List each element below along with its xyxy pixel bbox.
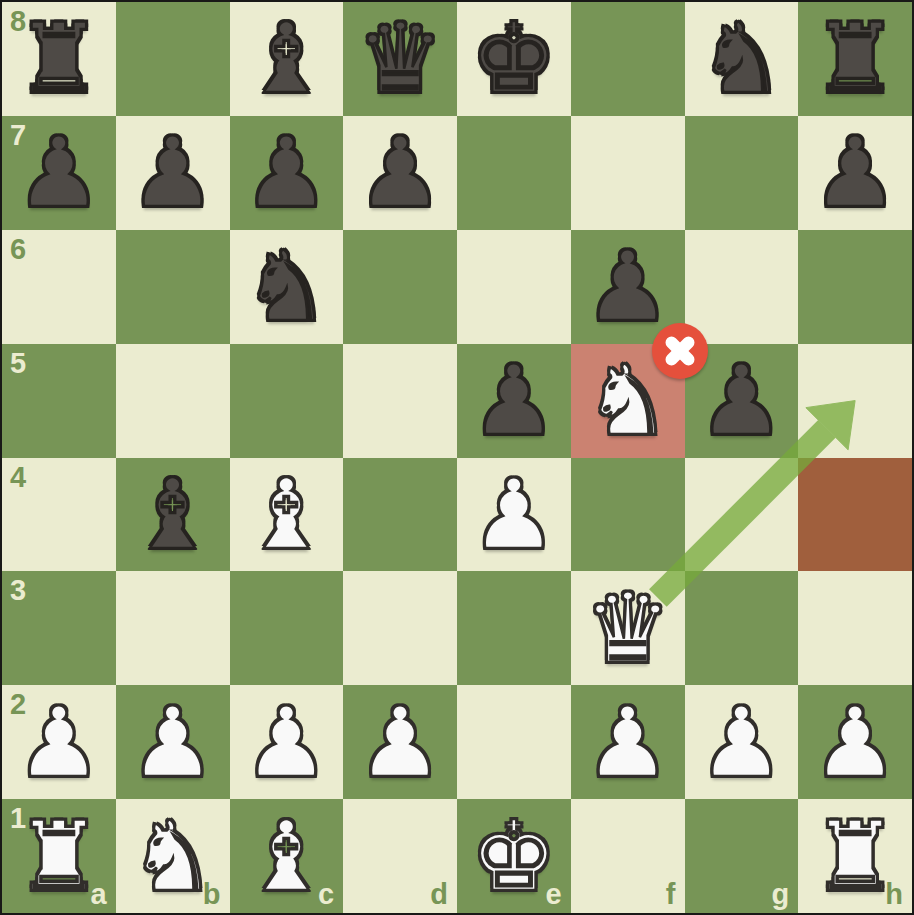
black-pawn[interactable]: ♟	[571, 230, 685, 344]
white-bishop[interactable]: ♝	[230, 799, 344, 913]
white-pawn[interactable]: ♟	[457, 458, 571, 572]
black-rook[interactable]: ♜	[2, 2, 116, 116]
black-knight[interactable]: ♞	[230, 230, 344, 344]
rank-label-3: 3	[10, 574, 26, 607]
white-king[interactable]: ♚	[457, 799, 571, 913]
file-label-f: f	[666, 878, 676, 911]
black-pawn[interactable]: ♟	[230, 116, 344, 230]
square-f4[interactable]	[571, 458, 685, 572]
square-b6[interactable]	[116, 230, 230, 344]
square-h8[interactable]: ♜	[798, 2, 912, 116]
square-b8[interactable]	[116, 2, 230, 116]
square-f8[interactable]	[571, 2, 685, 116]
black-rook[interactable]: ♜	[798, 2, 912, 116]
square-e4[interactable]: ♟	[457, 458, 571, 572]
square-c7[interactable]: ♟	[230, 116, 344, 230]
square-c4[interactable]: ♝	[230, 458, 344, 572]
square-a4[interactable]: 4	[2, 458, 116, 572]
square-b2[interactable]: ♟	[116, 685, 230, 799]
square-g6[interactable]	[685, 230, 799, 344]
file-label-g: g	[772, 878, 790, 911]
black-knight[interactable]: ♞	[685, 2, 799, 116]
black-bishop[interactable]: ♝	[116, 458, 230, 572]
square-h6[interactable]	[798, 230, 912, 344]
black-pawn[interactable]: ♟	[2, 116, 116, 230]
square-c8[interactable]: ♝	[230, 2, 344, 116]
square-d1[interactable]: d	[343, 799, 457, 913]
square-h5[interactable]	[798, 344, 912, 458]
white-rook[interactable]: ♜	[2, 799, 116, 913]
square-a2[interactable]: 2♟	[2, 685, 116, 799]
square-e3[interactable]	[457, 571, 571, 685]
white-pawn[interactable]: ♟	[798, 685, 912, 799]
white-pawn[interactable]: ♟	[571, 685, 685, 799]
square-b3[interactable]	[116, 571, 230, 685]
square-d5[interactable]	[343, 344, 457, 458]
square-c6[interactable]: ♞	[230, 230, 344, 344]
square-c2[interactable]: ♟	[230, 685, 344, 799]
square-a7[interactable]: 7♟	[2, 116, 116, 230]
rank-label-5: 5	[10, 347, 26, 380]
white-pawn[interactable]: ♟	[685, 685, 799, 799]
square-f5[interactable]: ♞	[571, 344, 685, 458]
white-pawn[interactable]: ♟	[2, 685, 116, 799]
square-c1[interactable]: c♝	[230, 799, 344, 913]
square-a8[interactable]: 8♜	[2, 2, 116, 116]
rank-label-6: 6	[10, 233, 26, 266]
square-g7[interactable]	[685, 116, 799, 230]
white-queen[interactable]: ♛	[571, 571, 685, 685]
square-g4[interactable]	[685, 458, 799, 572]
square-e1[interactable]: e♚	[457, 799, 571, 913]
white-pawn[interactable]: ♟	[116, 685, 230, 799]
black-pawn[interactable]: ♟	[343, 116, 457, 230]
square-f2[interactable]: ♟	[571, 685, 685, 799]
black-pawn[interactable]: ♟	[685, 344, 799, 458]
white-bishop[interactable]: ♝	[230, 458, 344, 572]
square-h4[interactable]	[798, 458, 912, 572]
black-queen[interactable]: ♛	[343, 2, 457, 116]
white-pawn[interactable]: ♟	[343, 685, 457, 799]
white-knight[interactable]: ♞	[571, 344, 685, 458]
white-knight[interactable]: ♞	[116, 799, 230, 913]
square-g2[interactable]: ♟	[685, 685, 799, 799]
square-g1[interactable]: g	[685, 799, 799, 913]
white-pawn[interactable]: ♟	[230, 685, 344, 799]
square-a3[interactable]: 3	[2, 571, 116, 685]
square-c3[interactable]	[230, 571, 344, 685]
square-e2[interactable]	[457, 685, 571, 799]
square-c5[interactable]	[230, 344, 344, 458]
square-e7[interactable]	[457, 116, 571, 230]
square-e5[interactable]: ♟	[457, 344, 571, 458]
square-e8[interactable]: ♚	[457, 2, 571, 116]
black-bishop[interactable]: ♝	[230, 2, 344, 116]
black-pawn[interactable]: ♟	[116, 116, 230, 230]
file-label-d: d	[430, 878, 448, 911]
square-a6[interactable]: 6	[2, 230, 116, 344]
square-d2[interactable]: ♟	[343, 685, 457, 799]
square-f7[interactable]	[571, 116, 685, 230]
square-h1[interactable]: h♜	[798, 799, 912, 913]
white-rook[interactable]: ♜	[798, 799, 912, 913]
chess-board-panel: 8♜♝♛♚♞♜7♟♟♟♟♟6♞♟5♟♞♟4♝♝♟3♛2♟♟♟♟♟♟♟1a♜b♞c…	[0, 0, 914, 915]
square-g5[interactable]: ♟	[685, 344, 799, 458]
square-b1[interactable]: b♞	[116, 799, 230, 913]
square-b5[interactable]	[116, 344, 230, 458]
square-a1[interactable]: 1a♜	[2, 799, 116, 913]
square-f1[interactable]: f	[571, 799, 685, 913]
square-d8[interactable]: ♛	[343, 2, 457, 116]
chess-board: 8♜♝♛♚♞♜7♟♟♟♟♟6♞♟5♟♞♟4♝♝♟3♛2♟♟♟♟♟♟♟1a♜b♞c…	[2, 2, 912, 913]
black-pawn[interactable]: ♟	[457, 344, 571, 458]
black-king[interactable]: ♚	[457, 2, 571, 116]
square-f6[interactable]: ♟	[571, 230, 685, 344]
square-h7[interactable]: ♟	[798, 116, 912, 230]
square-b7[interactable]: ♟	[116, 116, 230, 230]
square-g3[interactable]	[685, 571, 799, 685]
square-g8[interactable]: ♞	[685, 2, 799, 116]
square-d7[interactable]: ♟	[343, 116, 457, 230]
square-e6[interactable]	[457, 230, 571, 344]
black-pawn[interactable]: ♟	[798, 116, 912, 230]
square-d3[interactable]	[343, 571, 457, 685]
square-a5[interactable]: 5	[2, 344, 116, 458]
square-f3[interactable]: ♛	[571, 571, 685, 685]
square-h2[interactable]: ♟	[798, 685, 912, 799]
square-d6[interactable]	[343, 230, 457, 344]
square-d4[interactable]	[343, 458, 457, 572]
square-b4[interactable]: ♝	[116, 458, 230, 572]
rank-label-4: 4	[10, 461, 26, 494]
square-h3[interactable]	[798, 571, 912, 685]
